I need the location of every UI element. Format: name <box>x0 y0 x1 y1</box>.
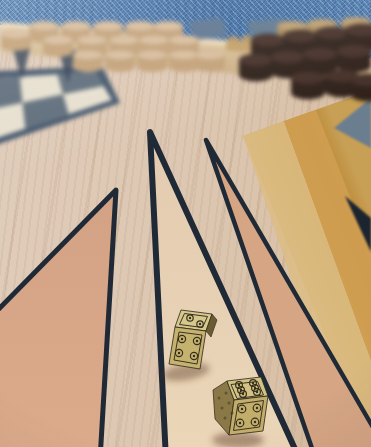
board-graphics <box>0 0 371 447</box>
checker-dark <box>351 74 371 102</box>
checker-light <box>169 50 199 72</box>
checkers-dark-group <box>239 24 371 102</box>
backgammon-photo-scene <box>0 0 371 447</box>
point-left-pink <box>0 190 116 447</box>
checker-light <box>73 50 103 72</box>
checker-dark <box>337 45 371 73</box>
checker-light <box>195 50 225 72</box>
checker-dark <box>291 72 325 100</box>
checker-light <box>105 50 135 72</box>
inlay-chessboard-panel <box>0 66 120 152</box>
checker-light <box>137 50 167 72</box>
checker-light <box>43 35 73 57</box>
die-2 <box>213 377 268 435</box>
checker-dark <box>239 54 273 82</box>
checker-light <box>1 29 31 51</box>
die-2-front-face <box>229 396 268 435</box>
